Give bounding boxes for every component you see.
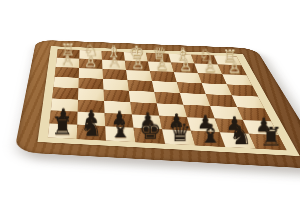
piece-black-bishop[interactable]: ♝ bbox=[199, 122, 222, 146]
square[interactable]: ♛ bbox=[162, 129, 195, 145]
piece-white-pawn[interactable]: ♙ bbox=[155, 57, 168, 71]
piece-black-knight[interactable]: ♞ bbox=[80, 116, 103, 140]
square[interactable]: ♜ bbox=[249, 134, 286, 151]
piece-white-pawn[interactable]: ♙ bbox=[179, 58, 192, 72]
chess-board[interactable]: ♖♘♗♔♕♗♘♖♙♙♙♙♙♙♙♙♟♟♟♟♟♟♟♟♜♞♝♚♛♝♞♜ bbox=[48, 49, 287, 150]
square[interactable]: ♝ bbox=[105, 126, 135, 142]
piece-black-king[interactable]: ♚ bbox=[139, 119, 162, 143]
piece-white-pawn[interactable]: ♙ bbox=[228, 60, 242, 74]
square[interactable]: ♚ bbox=[134, 128, 166, 144]
square[interactable]: ♝ bbox=[191, 131, 225, 147]
photo-stage: ♖♘♗♔♕♗♘♖♙♙♙♙♙♙♙♙♟♟♟♟♟♟♟♟♜♞♝♚♛♝♞♜ bbox=[0, 0, 300, 200]
square[interactable]: ♞ bbox=[220, 132, 256, 148]
piece-white-pawn[interactable]: ♙ bbox=[61, 53, 74, 67]
piece-black-rook[interactable]: ♜ bbox=[51, 114, 73, 138]
piece-black-bishop[interactable]: ♝ bbox=[109, 117, 132, 141]
maple-border: ♖♘♗♔♕♗♘♖♙♙♙♙♙♙♙♙♟♟♟♟♟♟♟♟♜♞♝♚♛♝♞♜ bbox=[38, 46, 300, 156]
piece-white-pawn[interactable]: ♙ bbox=[84, 54, 97, 68]
square[interactable]: ♞ bbox=[77, 125, 106, 141]
piece-black-queen[interactable]: ♛ bbox=[169, 120, 192, 144]
square[interactable] bbox=[78, 78, 103, 90]
piece-white-pawn[interactable]: ♙ bbox=[131, 56, 144, 70]
piece-white-pawn[interactable]: ♙ bbox=[108, 55, 121, 69]
piece-white-pawn[interactable]: ♙ bbox=[203, 59, 216, 73]
board-frame: ♖♘♗♔♕♗♘♖♙♙♙♙♙♙♙♙♟♟♟♟♟♟♟♟♜♞♝♚♛♝♞♜ bbox=[14, 40, 300, 170]
piece-black-rook[interactable]: ♜ bbox=[260, 125, 283, 150]
square[interactable] bbox=[53, 77, 78, 89]
square[interactable]: ♜ bbox=[48, 123, 77, 139]
piece-black-knight[interactable]: ♞ bbox=[229, 123, 252, 147]
